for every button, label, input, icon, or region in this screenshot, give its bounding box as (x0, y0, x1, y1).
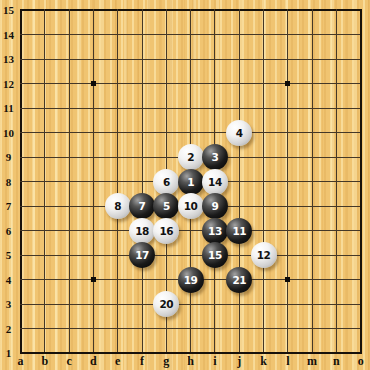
column-label: l (279, 354, 296, 368)
stone-white-8: 8 (105, 193, 131, 219)
stone-black-5: 5 (153, 193, 179, 219)
column-label: h (182, 354, 199, 368)
grid-line-vertical (360, 9, 362, 354)
column-label: k (255, 354, 272, 368)
grid-line-vertical (336, 9, 337, 354)
stone-white-6: 6 (153, 169, 179, 195)
grid-line-horizontal (20, 230, 362, 231)
row-label: 15 (0, 3, 17, 17)
stone-black-11: 11 (226, 218, 252, 244)
column-label: b (36, 354, 53, 368)
stone-white-18: 18 (129, 218, 155, 244)
stone-move-number: 20 (159, 298, 173, 310)
row-label: 12 (0, 77, 17, 91)
column-label: c (61, 354, 78, 368)
stone-black-13: 13 (202, 218, 228, 244)
column-label: a (12, 354, 29, 368)
column-label: d (85, 354, 102, 368)
row-label: 2 (0, 322, 17, 336)
star-point (285, 81, 290, 86)
row-label: 11 (0, 101, 17, 115)
stone-move-number: 19 (184, 274, 198, 286)
row-label: 6 (0, 224, 17, 238)
column-label: m (304, 354, 321, 368)
stone-white-10: 10 (178, 193, 204, 219)
stone-move-number: 11 (232, 225, 246, 237)
column-label: f (134, 354, 151, 368)
stone-move-number: 10 (184, 200, 198, 212)
stone-move-number: 17 (135, 249, 149, 261)
stone-white-4: 4 (226, 120, 252, 146)
stone-black-1: 1 (178, 169, 204, 195)
stone-move-number: 13 (208, 225, 222, 237)
stone-move-number: 7 (139, 200, 146, 212)
stone-move-number: 15 (208, 249, 222, 261)
stone-move-number: 6 (163, 176, 170, 188)
column-label: i (206, 354, 223, 368)
grid-line-vertical (312, 9, 313, 354)
row-label: 4 (0, 273, 17, 287)
stone-white-2: 2 (178, 144, 204, 170)
column-label: e (109, 354, 126, 368)
stone-black-19: 19 (178, 267, 204, 293)
stone-black-15: 15 (202, 242, 228, 268)
column-label: g (158, 354, 175, 368)
stone-move-number: 21 (232, 274, 246, 286)
stone-move-number: 1 (187, 176, 194, 188)
row-label: 13 (0, 52, 17, 66)
stone-black-3: 3 (202, 144, 228, 170)
stone-move-number: 14 (208, 176, 222, 188)
star-point (285, 277, 290, 282)
row-label: 10 (0, 126, 17, 140)
stone-move-number: 9 (211, 200, 218, 212)
stone-black-17: 17 (129, 242, 155, 268)
stone-black-21: 21 (226, 267, 252, 293)
row-label: 8 (0, 175, 17, 189)
grid-line-vertical (287, 9, 288, 354)
stone-move-number: 4 (236, 127, 243, 139)
stone-white-12: 12 (251, 242, 277, 268)
row-label: 7 (0, 199, 17, 213)
stone-move-number: 8 (114, 200, 121, 212)
column-label: j (231, 354, 248, 368)
grid-line-horizontal (20, 328, 362, 329)
row-label: 5 (0, 248, 17, 262)
stone-move-number: 12 (257, 249, 271, 261)
stone-move-number: 2 (187, 151, 194, 163)
star-point (91, 277, 96, 282)
stone-white-16: 16 (153, 218, 179, 244)
stone-move-number: 5 (163, 200, 170, 212)
row-label: 3 (0, 297, 17, 311)
stone-move-number: 18 (135, 225, 149, 237)
stone-move-number: 16 (159, 225, 173, 237)
row-label: 14 (0, 28, 17, 42)
stone-black-9: 9 (202, 193, 228, 219)
grid-line-vertical (263, 9, 264, 354)
star-point (91, 81, 96, 86)
stone-black-7: 7 (129, 193, 155, 219)
stone-move-number: 3 (211, 151, 218, 163)
column-label: o (352, 354, 369, 368)
row-label: 9 (0, 150, 17, 164)
grid-line-vertical (239, 9, 240, 354)
grid-line-horizontal (20, 255, 362, 256)
stone-white-14: 14 (202, 169, 228, 195)
grid-line-horizontal (20, 304, 362, 305)
gomoku-board-screenshot: 151413121110987654321abcdefghijklmno1234… (0, 0, 370, 370)
stone-white-20: 20 (153, 291, 179, 317)
column-label: n (328, 354, 345, 368)
